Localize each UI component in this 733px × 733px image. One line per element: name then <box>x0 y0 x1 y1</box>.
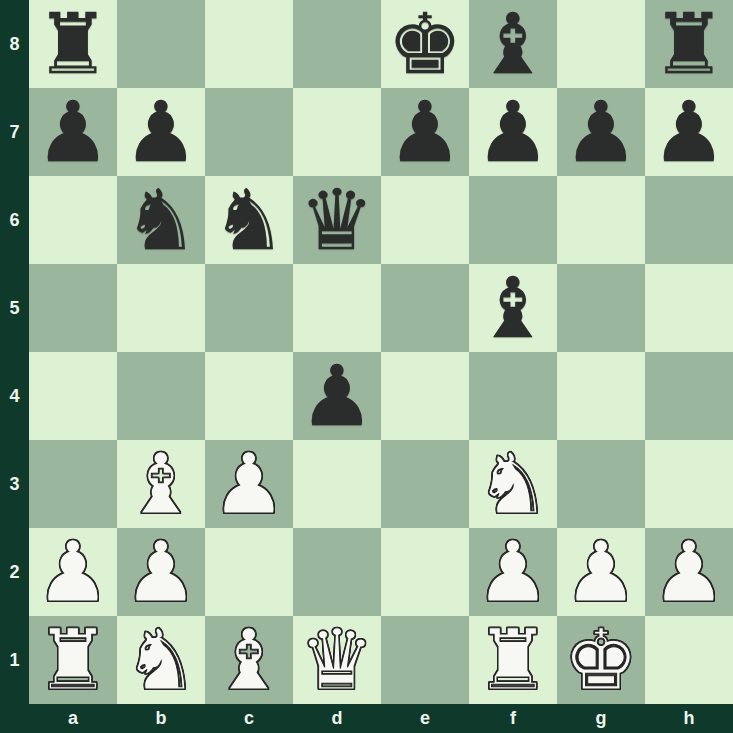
square-g1[interactable]: ♚ <box>557 616 645 704</box>
file-labels: abcdefgh <box>29 704 733 733</box>
piece-black-rook[interactable]: ♜ <box>35 0 110 88</box>
piece-black-bishop[interactable]: ♝ <box>475 264 550 352</box>
square-c6[interactable]: ♞ <box>205 176 293 264</box>
square-g8[interactable] <box>557 0 645 88</box>
square-g6[interactable] <box>557 176 645 264</box>
square-e1[interactable] <box>381 616 469 704</box>
piece-white-knight[interactable]: ♞ <box>475 440 550 528</box>
file-label-c: c <box>205 704 293 733</box>
chess-board-frame: 87654321 ♜♚♝♜♟♟♟♟♟♟♞♞♛♝♟♝♟♞♟♟♟♟♟♜♞♝♛♜♚ a… <box>0 0 733 733</box>
square-g5[interactable] <box>557 264 645 352</box>
square-e2[interactable] <box>381 528 469 616</box>
file-label-g: g <box>557 704 645 733</box>
square-f3[interactable]: ♞ <box>469 440 557 528</box>
square-c1[interactable]: ♝ <box>205 616 293 704</box>
square-h8[interactable]: ♜ <box>645 0 733 88</box>
square-a1[interactable]: ♜ <box>29 616 117 704</box>
piece-white-rook[interactable]: ♜ <box>35 616 110 704</box>
square-a6[interactable] <box>29 176 117 264</box>
square-b2[interactable]: ♟ <box>117 528 205 616</box>
square-g2[interactable]: ♟ <box>557 528 645 616</box>
square-f4[interactable] <box>469 352 557 440</box>
rank-label-6: 6 <box>0 176 29 264</box>
piece-white-rook[interactable]: ♜ <box>475 616 550 704</box>
square-f5[interactable]: ♝ <box>469 264 557 352</box>
rank-label-8: 8 <box>0 0 29 88</box>
piece-white-bishop[interactable]: ♝ <box>211 616 286 704</box>
square-d7[interactable] <box>293 88 381 176</box>
square-b7[interactable]: ♟ <box>117 88 205 176</box>
square-d1[interactable]: ♛ <box>293 616 381 704</box>
square-e6[interactable] <box>381 176 469 264</box>
square-c5[interactable] <box>205 264 293 352</box>
square-e7[interactable]: ♟ <box>381 88 469 176</box>
square-a3[interactable] <box>29 440 117 528</box>
file-label-f: f <box>469 704 557 733</box>
square-e5[interactable] <box>381 264 469 352</box>
square-h2[interactable]: ♟ <box>645 528 733 616</box>
piece-white-king[interactable]: ♚ <box>563 616 638 704</box>
rank-label-2: 2 <box>0 528 29 616</box>
square-e4[interactable] <box>381 352 469 440</box>
square-c3[interactable]: ♟ <box>205 440 293 528</box>
piece-black-queen[interactable]: ♛ <box>299 176 374 264</box>
square-h7[interactable]: ♟ <box>645 88 733 176</box>
rank-label-7: 7 <box>0 88 29 176</box>
piece-black-king[interactable]: ♚ <box>387 0 462 88</box>
piece-black-pawn[interactable]: ♟ <box>651 88 726 176</box>
square-f1[interactable]: ♜ <box>469 616 557 704</box>
piece-black-pawn[interactable]: ♟ <box>35 88 110 176</box>
piece-black-knight[interactable]: ♞ <box>123 176 198 264</box>
square-a7[interactable]: ♟ <box>29 88 117 176</box>
square-b3[interactable]: ♝ <box>117 440 205 528</box>
file-label-d: d <box>293 704 381 733</box>
piece-white-knight[interactable]: ♞ <box>123 616 198 704</box>
piece-black-pawn[interactable]: ♟ <box>563 88 638 176</box>
square-f6[interactable] <box>469 176 557 264</box>
square-d8[interactable] <box>293 0 381 88</box>
piece-black-pawn[interactable]: ♟ <box>387 88 462 176</box>
piece-black-rook[interactable]: ♜ <box>651 0 726 88</box>
square-h4[interactable] <box>645 352 733 440</box>
square-d2[interactable] <box>293 528 381 616</box>
rank-labels: 87654321 <box>0 0 29 704</box>
square-h6[interactable] <box>645 176 733 264</box>
square-c8[interactable] <box>205 0 293 88</box>
square-f7[interactable]: ♟ <box>469 88 557 176</box>
piece-white-pawn[interactable]: ♟ <box>563 528 638 616</box>
piece-black-pawn[interactable]: ♟ <box>123 88 198 176</box>
square-a8[interactable]: ♜ <box>29 0 117 88</box>
square-h1[interactable] <box>645 616 733 704</box>
square-g7[interactable]: ♟ <box>557 88 645 176</box>
square-b4[interactable] <box>117 352 205 440</box>
square-d3[interactable] <box>293 440 381 528</box>
square-g3[interactable] <box>557 440 645 528</box>
square-b5[interactable] <box>117 264 205 352</box>
rank-label-5: 5 <box>0 264 29 352</box>
file-label-a: a <box>29 704 117 733</box>
square-e8[interactable]: ♚ <box>381 0 469 88</box>
square-f8[interactable]: ♝ <box>469 0 557 88</box>
square-g4[interactable] <box>557 352 645 440</box>
square-c2[interactable] <box>205 528 293 616</box>
piece-white-pawn[interactable]: ♟ <box>651 528 726 616</box>
piece-white-pawn[interactable]: ♟ <box>211 440 286 528</box>
file-label-h: h <box>645 704 733 733</box>
square-d6[interactable]: ♛ <box>293 176 381 264</box>
rank-label-3: 3 <box>0 440 29 528</box>
piece-white-pawn[interactable]: ♟ <box>35 528 110 616</box>
piece-black-pawn[interactable]: ♟ <box>475 88 550 176</box>
file-label-e: e <box>381 704 469 733</box>
rank-label-1: 1 <box>0 616 29 704</box>
square-c7[interactable] <box>205 88 293 176</box>
square-d5[interactable] <box>293 264 381 352</box>
piece-white-bishop[interactable]: ♝ <box>123 440 198 528</box>
square-a5[interactable] <box>29 264 117 352</box>
piece-white-pawn[interactable]: ♟ <box>475 528 550 616</box>
square-d4[interactable]: ♟ <box>293 352 381 440</box>
square-b8[interactable] <box>117 0 205 88</box>
piece-white-queen[interactable]: ♛ <box>299 616 374 704</box>
square-h5[interactable] <box>645 264 733 352</box>
square-a2[interactable]: ♟ <box>29 528 117 616</box>
square-a4[interactable] <box>29 352 117 440</box>
square-c4[interactable] <box>205 352 293 440</box>
piece-black-pawn[interactable]: ♟ <box>299 352 374 440</box>
piece-black-knight[interactable]: ♞ <box>211 176 286 264</box>
piece-black-bishop[interactable]: ♝ <box>475 0 550 88</box>
square-b1[interactable]: ♞ <box>117 616 205 704</box>
file-label-b: b <box>117 704 205 733</box>
piece-white-pawn[interactable]: ♟ <box>123 528 198 616</box>
square-e3[interactable] <box>381 440 469 528</box>
square-f2[interactable]: ♟ <box>469 528 557 616</box>
square-h3[interactable] <box>645 440 733 528</box>
square-b6[interactable]: ♞ <box>117 176 205 264</box>
rank-label-4: 4 <box>0 352 29 440</box>
chess-board: ♜♚♝♜♟♟♟♟♟♟♞♞♛♝♟♝♟♞♟♟♟♟♟♜♞♝♛♜♚ <box>29 0 733 704</box>
